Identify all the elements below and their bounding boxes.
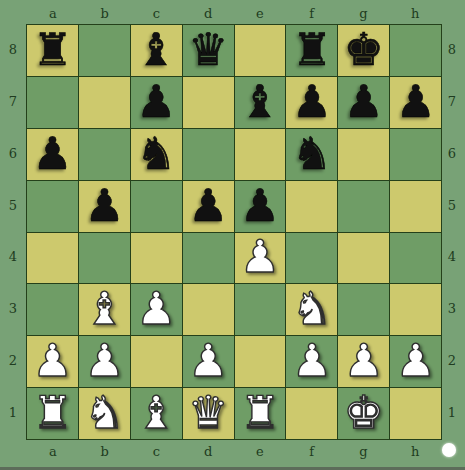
square-e7[interactable]: ♝ [235, 77, 286, 128]
white-pawn[interactable]: ♟ [292, 338, 332, 383]
square-c6[interactable]: ♞ [131, 129, 182, 180]
white-pawn[interactable]: ♟ [136, 286, 176, 331]
square-f7[interactable]: ♟ [286, 77, 337, 128]
square-g6[interactable] [338, 129, 389, 180]
white-knight[interactable]: ♞ [292, 286, 332, 331]
file-label-e: e [234, 6, 286, 21]
file-label-h: h [389, 6, 441, 21]
square-h7[interactable]: ♟ [390, 77, 441, 128]
side-to-move-indicator [442, 443, 456, 457]
square-a8[interactable]: ♜ [27, 25, 78, 76]
file-labels-top: abcdefgh [27, 4, 441, 22]
square-d3[interactable] [183, 284, 234, 335]
square-d4[interactable] [183, 233, 234, 284]
square-g5[interactable] [338, 181, 389, 232]
file-label-b: b [79, 444, 131, 459]
square-h8[interactable] [390, 25, 441, 76]
square-h5[interactable] [390, 181, 441, 232]
square-g2[interactable]: ♟ [338, 336, 389, 387]
file-label-b: b [79, 6, 131, 21]
square-g1[interactable]: ♚ [338, 388, 389, 439]
square-f2[interactable]: ♟ [286, 336, 337, 387]
file-label-f: f [286, 6, 338, 21]
white-pawn[interactable]: ♟ [84, 338, 124, 383]
square-b2[interactable]: ♟ [79, 336, 130, 387]
square-a6[interactable]: ♟ [27, 129, 78, 180]
black-rook[interactable]: ♜ [32, 27, 72, 72]
square-b7[interactable] [79, 77, 130, 128]
rank-label-2: 2 [443, 335, 461, 387]
square-e1[interactable]: ♜ [235, 388, 286, 439]
rank-label-4: 4 [443, 231, 461, 283]
black-knight[interactable]: ♞ [136, 131, 176, 176]
black-knight[interactable]: ♞ [292, 131, 332, 176]
rank-label-5: 5 [443, 179, 461, 231]
square-c1[interactable]: ♝ [131, 388, 182, 439]
chess-board-window: abcdefgh 87654321 ♜♝♛♜♚♟♝♟♟♟♟♞♞♟♟♟♟♝♟♞♟♟… [0, 0, 465, 470]
rank-label-7: 7 [4, 76, 22, 128]
square-g7[interactable]: ♟ [338, 77, 389, 128]
black-queen[interactable]: ♛ [188, 27, 228, 72]
square-b6[interactable] [79, 129, 130, 180]
square-c4[interactable] [131, 233, 182, 284]
black-bishop[interactable]: ♝ [240, 79, 280, 124]
white-pawn[interactable]: ♟ [188, 338, 228, 383]
square-h6[interactable] [390, 129, 441, 180]
square-d8[interactable]: ♛ [183, 25, 234, 76]
rank-label-8: 8 [443, 24, 461, 76]
square-h4[interactable] [390, 233, 441, 284]
white-bishop[interactable]: ♝ [84, 286, 124, 331]
white-knight[interactable]: ♞ [84, 390, 124, 435]
square-h3[interactable] [390, 284, 441, 335]
black-pawn[interactable]: ♟ [240, 183, 280, 228]
rank-label-6: 6 [443, 128, 461, 180]
white-rook[interactable]: ♜ [240, 390, 280, 435]
square-b5[interactable]: ♟ [79, 181, 130, 232]
black-pawn[interactable]: ♟ [32, 131, 72, 176]
file-label-a: a [27, 6, 79, 21]
square-f6[interactable]: ♞ [286, 129, 337, 180]
file-labels-bottom: abcdefgh [27, 442, 441, 460]
black-pawn[interactable]: ♟ [292, 79, 332, 124]
square-c7[interactable]: ♟ [131, 77, 182, 128]
rank-label-1: 1 [4, 386, 22, 438]
square-a1[interactable]: ♜ [27, 388, 78, 439]
square-c8[interactable]: ♝ [131, 25, 182, 76]
square-a2[interactable]: ♟ [27, 336, 78, 387]
white-pawn[interactable]: ♟ [344, 338, 384, 383]
white-pawn[interactable]: ♟ [32, 338, 72, 383]
file-label-c: c [131, 6, 183, 21]
rank-label-3: 3 [4, 283, 22, 335]
square-g8[interactable]: ♚ [338, 25, 389, 76]
square-h1[interactable] [390, 388, 441, 439]
square-e8[interactable] [235, 25, 286, 76]
square-f8[interactable]: ♜ [286, 25, 337, 76]
square-a4[interactable] [27, 233, 78, 284]
square-e6[interactable] [235, 129, 286, 180]
black-pawn[interactable]: ♟ [188, 183, 228, 228]
file-label-c: c [131, 444, 183, 459]
file-label-e: e [234, 444, 286, 459]
rank-labels-left: 87654321 [4, 24, 22, 438]
square-a5[interactable] [27, 181, 78, 232]
white-queen[interactable]: ♛ [188, 390, 228, 435]
file-label-d: d [182, 444, 234, 459]
file-label-d: d [182, 6, 234, 21]
rank-label-8: 8 [4, 24, 22, 76]
rank-labels-right: 87654321 [443, 24, 461, 438]
file-label-g: g [338, 6, 390, 21]
square-c3[interactable]: ♟ [131, 284, 182, 335]
square-b3[interactable]: ♝ [79, 284, 130, 335]
square-d7[interactable] [183, 77, 234, 128]
square-e2[interactable] [235, 336, 286, 387]
white-pawn[interactable]: ♟ [240, 234, 280, 279]
square-f1[interactable] [286, 388, 337, 439]
black-rook[interactable]: ♜ [292, 27, 332, 72]
square-d6[interactable] [183, 129, 234, 180]
square-b1[interactable]: ♞ [79, 388, 130, 439]
square-c5[interactable] [131, 181, 182, 232]
file-label-h: h [389, 444, 441, 459]
square-g3[interactable] [338, 284, 389, 335]
white-pawn[interactable]: ♟ [395, 338, 435, 383]
square-e5[interactable]: ♟ [235, 181, 286, 232]
square-f5[interactable] [286, 181, 337, 232]
square-a3[interactable] [27, 284, 78, 335]
square-c2[interactable] [131, 336, 182, 387]
black-pawn[interactable]: ♟ [344, 79, 384, 124]
rank-label-7: 7 [443, 76, 461, 128]
black-pawn[interactable]: ♟ [136, 79, 176, 124]
white-rook[interactable]: ♜ [32, 390, 72, 435]
white-king[interactable]: ♚ [344, 390, 384, 435]
square-h2[interactable]: ♟ [390, 336, 441, 387]
square-g4[interactable] [338, 233, 389, 284]
rank-label-5: 5 [4, 179, 22, 231]
black-king[interactable]: ♚ [344, 27, 384, 72]
square-b4[interactable] [79, 233, 130, 284]
black-pawn[interactable]: ♟ [395, 79, 435, 124]
rank-label-4: 4 [4, 231, 22, 283]
rank-label-3: 3 [443, 283, 461, 335]
chess-board: ♜♝♛♜♚♟♝♟♟♟♟♞♞♟♟♟♟♝♟♞♟♟♟♟♟♟♜♞♝♛♜♚ [26, 24, 442, 440]
file-label-g: g [338, 444, 390, 459]
square-d1[interactable]: ♛ [183, 388, 234, 439]
rank-label-1: 1 [443, 386, 461, 438]
file-label-a: a [27, 444, 79, 459]
rank-label-2: 2 [4, 335, 22, 387]
square-d2[interactable]: ♟ [183, 336, 234, 387]
square-f4[interactable] [286, 233, 337, 284]
rank-label-6: 6 [4, 128, 22, 180]
white-bishop[interactable]: ♝ [136, 390, 176, 435]
square-f3[interactable]: ♞ [286, 284, 337, 335]
black-pawn[interactable]: ♟ [84, 183, 124, 228]
file-label-f: f [286, 444, 338, 459]
black-bishop[interactable]: ♝ [136, 27, 176, 72]
square-a7[interactable] [27, 77, 78, 128]
square-e3[interactable] [235, 284, 286, 335]
square-d5[interactable]: ♟ [183, 181, 234, 232]
square-e4[interactable]: ♟ [235, 233, 286, 284]
square-b8[interactable] [79, 25, 130, 76]
